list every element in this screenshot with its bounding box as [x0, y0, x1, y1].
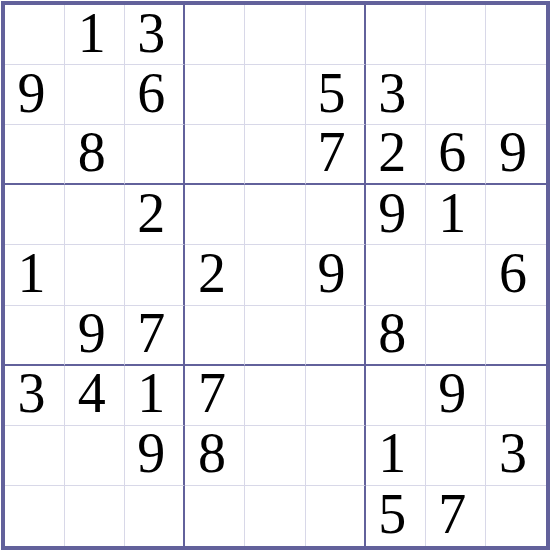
cell-r8c6[interactable]: [306, 426, 366, 486]
sudoku-board-wrapper: 13965387269291129697834179981357: [0, 0, 551, 551]
cell-digit: 7: [137, 306, 165, 361]
cell-digit: 9: [438, 366, 466, 422]
cell-r8c7[interactable]: 1: [366, 426, 426, 486]
cell-r3c6[interactable]: 7: [306, 125, 366, 185]
cell-digit: 2: [378, 125, 406, 180]
cell-digit: 8: [198, 426, 226, 482]
cell-digit: 3: [137, 5, 165, 61]
cell-r5c8[interactable]: [426, 245, 486, 305]
cell-digit: 2: [198, 245, 226, 301]
cell-r4c5[interactable]: [245, 185, 305, 245]
cell-r6c6[interactable]: [306, 306, 366, 366]
cell-r4c4[interactable]: [185, 185, 245, 245]
cell-r1c8[interactable]: [426, 5, 486, 65]
cell-digit: 9: [499, 125, 527, 180]
cell-r9c5[interactable]: [245, 486, 305, 546]
cell-digit: 5: [378, 486, 406, 542]
cell-r3c3[interactable]: [125, 125, 185, 185]
cell-r7c1[interactable]: 3: [5, 366, 65, 426]
cell-digit: 9: [318, 245, 346, 301]
cell-r1c5[interactable]: [245, 5, 305, 65]
cell-r9c4[interactable]: [185, 486, 245, 546]
cell-digit: 4: [78, 366, 106, 422]
cell-r7c3[interactable]: 1: [125, 366, 185, 426]
cell-digit: 8: [78, 125, 106, 180]
cell-r1c9[interactable]: [486, 5, 546, 65]
cell-digit: 1: [137, 366, 165, 422]
cell-r2c3[interactable]: 6: [125, 65, 185, 125]
cell-r9c7[interactable]: 5: [366, 486, 426, 546]
cell-r1c6[interactable]: [306, 5, 366, 65]
cell-r7c2[interactable]: 4: [65, 366, 125, 426]
cell-r6c3[interactable]: 7: [125, 306, 185, 366]
cell-r3c1[interactable]: [5, 125, 65, 185]
cell-digit: 5: [318, 65, 346, 121]
cell-r6c5[interactable]: [245, 306, 305, 366]
cell-r8c9[interactable]: 3: [486, 426, 546, 486]
cell-r7c7[interactable]: [366, 366, 426, 426]
cell-digit: 2: [137, 185, 165, 241]
cell-r4c3[interactable]: 2: [125, 185, 185, 245]
cell-r1c2[interactable]: 1: [65, 5, 125, 65]
cell-r9c1[interactable]: [5, 486, 65, 546]
cell-r6c7[interactable]: 8: [366, 306, 426, 366]
cell-r2c9[interactable]: [486, 65, 546, 125]
cell-r4c6[interactable]: [306, 185, 366, 245]
cell-r4c7[interactable]: 9: [366, 185, 426, 245]
cell-r8c8[interactable]: [426, 426, 486, 486]
cell-r9c3[interactable]: [125, 486, 185, 546]
cell-r5c7[interactable]: [366, 245, 426, 305]
cell-r4c8[interactable]: 1: [426, 185, 486, 245]
cell-r5c5[interactable]: [245, 245, 305, 305]
cell-digit: 8: [378, 306, 406, 361]
cell-r8c1[interactable]: [5, 426, 65, 486]
cell-r3c4[interactable]: [185, 125, 245, 185]
cell-r3c7[interactable]: 2: [366, 125, 426, 185]
cell-r1c1[interactable]: [5, 5, 65, 65]
cell-r4c9[interactable]: [486, 185, 546, 245]
cell-r2c7[interactable]: 3: [366, 65, 426, 125]
cell-digit: 9: [378, 185, 406, 241]
cell-r8c5[interactable]: [245, 426, 305, 486]
cell-r3c8[interactable]: 6: [426, 125, 486, 185]
cell-r5c6[interactable]: 9: [306, 245, 366, 305]
cell-r2c5[interactable]: [245, 65, 305, 125]
cell-r3c5[interactable]: [245, 125, 305, 185]
cell-r5c9[interactable]: 6: [486, 245, 546, 305]
cell-r4c2[interactable]: [65, 185, 125, 245]
cell-digit: 3: [18, 366, 46, 422]
cell-digit: 6: [438, 125, 466, 180]
cell-digit: 9: [137, 426, 165, 482]
cell-r1c4[interactable]: [185, 5, 245, 65]
cell-r6c1[interactable]: [5, 306, 65, 366]
cell-digit: 1: [378, 426, 406, 482]
cell-r7c9[interactable]: [486, 366, 546, 426]
cell-r8c2[interactable]: [65, 426, 125, 486]
cell-r5c1[interactable]: 1: [5, 245, 65, 305]
cell-digit: 7: [318, 125, 346, 180]
cell-r7c5[interactable]: [245, 366, 305, 426]
cell-digit: 3: [378, 65, 406, 121]
cell-r1c7[interactable]: [366, 5, 426, 65]
cell-r3c9[interactable]: 9: [486, 125, 546, 185]
cell-r6c2[interactable]: 9: [65, 306, 125, 366]
cell-r9c8[interactable]: 7: [426, 486, 486, 546]
cell-r6c8[interactable]: [426, 306, 486, 366]
cell-r2c4[interactable]: [185, 65, 245, 125]
cell-r7c4[interactable]: 7: [185, 366, 245, 426]
cell-r4c1[interactable]: [5, 185, 65, 245]
cell-r2c2[interactable]: [65, 65, 125, 125]
cell-r8c3[interactable]: 9: [125, 426, 185, 486]
cell-r9c6[interactable]: [306, 486, 366, 546]
cell-r7c6[interactable]: [306, 366, 366, 426]
cell-r3c2[interactable]: 8: [65, 125, 125, 185]
cell-digit: 7: [198, 366, 226, 422]
sudoku-board: 13965387269291129697834179981357: [1, 1, 550, 550]
cell-r2c8[interactable]: [426, 65, 486, 125]
cell-digit: 1: [18, 245, 46, 301]
cell-digit: 9: [78, 306, 106, 361]
cell-r9c9[interactable]: [486, 486, 546, 546]
cell-digit: 9: [18, 65, 46, 121]
cell-digit: 7: [438, 486, 466, 542]
cell-r9c2[interactable]: [65, 486, 125, 546]
cell-digit: 3: [499, 426, 527, 482]
cell-r1c3[interactable]: 3: [125, 5, 185, 65]
cell-digit: 6: [499, 245, 527, 301]
cell-r5c4[interactable]: 2: [185, 245, 245, 305]
cell-r8c4[interactable]: 8: [185, 426, 245, 486]
cell-r2c1[interactable]: 9: [5, 65, 65, 125]
cell-r6c4[interactable]: [185, 306, 245, 366]
cell-r5c2[interactable]: [65, 245, 125, 305]
cell-r2c6[interactable]: 5: [306, 65, 366, 125]
cell-digit: 1: [78, 5, 106, 61]
cell-r6c9[interactable]: [486, 306, 546, 366]
cell-r7c8[interactable]: 9: [426, 366, 486, 426]
cell-digit: 6: [137, 65, 165, 121]
cell-digit: 1: [438, 185, 466, 241]
cell-r5c3[interactable]: [125, 245, 185, 305]
